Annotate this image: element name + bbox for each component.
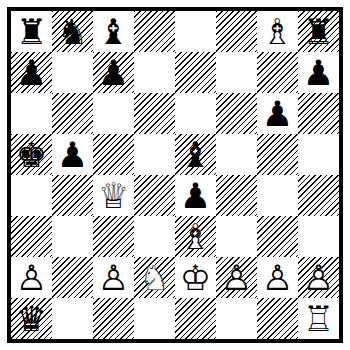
white-rook-icon: ♖: [298, 298, 339, 339]
square-e6[interactable]: [175, 93, 216, 134]
white-pawn-icon: ♙: [11, 257, 52, 298]
square-c4[interactable]: ♛♕: [93, 175, 134, 216]
square-c6[interactable]: [93, 93, 134, 134]
piece-white-pawn: ♟♙: [11, 257, 52, 298]
white-bishop-icon: ♗: [257, 11, 298, 52]
square-g4[interactable]: [257, 175, 298, 216]
piece-white-pawn: ♟♙: [216, 257, 257, 298]
chess-diagram-page: ♜♞♝♝♗♜♟♟♟♟♚♟♝♛♕♟♝♗♟♙♟♙♞♘♚♔♟♙♟♙♟♙♛♜♖: [0, 0, 350, 350]
piece-white-queen: ♛♕: [93, 175, 134, 216]
square-h7[interactable]: ♟: [298, 52, 339, 93]
square-d1[interactable]: [134, 298, 175, 339]
piece-black-bishop: ♝: [93, 11, 134, 52]
square-d7[interactable]: [134, 52, 175, 93]
square-g3[interactable]: [257, 216, 298, 257]
square-h6[interactable]: [298, 93, 339, 134]
piece-white-rook: ♜♖: [298, 298, 339, 339]
black-rook-icon: ♜: [298, 11, 339, 52]
square-a6[interactable]: [11, 93, 52, 134]
piece-white-king: ♚♔: [175, 257, 216, 298]
square-a3[interactable]: [11, 216, 52, 257]
square-h5[interactable]: [298, 134, 339, 175]
square-a7[interactable]: ♟: [11, 52, 52, 93]
square-b5[interactable]: ♟: [52, 134, 93, 175]
square-b8[interactable]: ♞: [52, 11, 93, 52]
piece-white-bishop: ♝♗: [175, 216, 216, 257]
square-b3[interactable]: [52, 216, 93, 257]
square-f5[interactable]: [216, 134, 257, 175]
white-pawn-icon: ♙: [257, 257, 298, 298]
square-b2[interactable]: [52, 257, 93, 298]
piece-black-pawn: ♟: [52, 134, 93, 175]
square-g2[interactable]: ♟♙: [257, 257, 298, 298]
square-f8[interactable]: [216, 11, 257, 52]
square-d3[interactable]: [134, 216, 175, 257]
square-d8[interactable]: [134, 11, 175, 52]
square-d2[interactable]: ♞♘: [134, 257, 175, 298]
square-h3[interactable]: [298, 216, 339, 257]
black-pawn-icon: ♟: [175, 175, 216, 216]
white-knight-icon: ♘: [134, 257, 175, 298]
square-c5[interactable]: [93, 134, 134, 175]
piece-black-queen: ♛: [11, 298, 52, 339]
piece-black-pawn: ♟: [11, 52, 52, 93]
piece-black-rook: ♜: [11, 11, 52, 52]
piece-black-rook: ♜: [298, 11, 339, 52]
piece-black-pawn: ♟: [257, 93, 298, 134]
square-f1[interactable]: [216, 298, 257, 339]
piece-black-knight: ♞: [52, 11, 93, 52]
square-g8[interactable]: ♝♗: [257, 11, 298, 52]
square-f7[interactable]: [216, 52, 257, 93]
square-b4[interactable]: [52, 175, 93, 216]
square-c3[interactable]: [93, 216, 134, 257]
square-a1[interactable]: ♛: [11, 298, 52, 339]
white-bishop-icon: ♗: [175, 216, 216, 257]
square-c8[interactable]: ♝: [93, 11, 134, 52]
black-bishop-icon: ♝: [93, 11, 134, 52]
piece-black-pawn: ♟: [93, 52, 134, 93]
square-f4[interactable]: [216, 175, 257, 216]
square-a4[interactable]: [11, 175, 52, 216]
piece-black-bishop: ♝: [175, 134, 216, 175]
square-c1[interactable]: [93, 298, 134, 339]
square-f3[interactable]: [216, 216, 257, 257]
white-pawn-icon: ♙: [298, 257, 339, 298]
piece-white-bishop: ♝♗: [257, 11, 298, 52]
black-pawn-icon: ♟: [298, 52, 339, 93]
white-pawn-icon: ♙: [216, 257, 257, 298]
square-f6[interactable]: [216, 93, 257, 134]
black-knight-icon: ♞: [52, 11, 93, 52]
white-king-icon: ♔: [175, 257, 216, 298]
square-h2[interactable]: ♟♙: [298, 257, 339, 298]
square-d4[interactable]: [134, 175, 175, 216]
black-bishop-icon: ♝: [175, 134, 216, 175]
black-king-icon: ♚: [11, 134, 52, 175]
square-c7[interactable]: ♟: [93, 52, 134, 93]
piece-black-pawn: ♟: [298, 52, 339, 93]
black-queen-icon: ♛: [11, 298, 52, 339]
square-e8[interactable]: [175, 11, 216, 52]
black-rook-icon: ♜: [11, 11, 52, 52]
square-h4[interactable]: [298, 175, 339, 216]
black-pawn-icon: ♟: [257, 93, 298, 134]
square-g6[interactable]: ♟: [257, 93, 298, 134]
square-c2[interactable]: ♟♙: [93, 257, 134, 298]
square-a2[interactable]: ♟♙: [11, 257, 52, 298]
piece-white-pawn: ♟♙: [93, 257, 134, 298]
piece-white-knight: ♞♘: [134, 257, 175, 298]
black-pawn-icon: ♟: [93, 52, 134, 93]
square-e4[interactable]: ♟: [175, 175, 216, 216]
square-e1[interactable]: [175, 298, 216, 339]
square-g5[interactable]: [257, 134, 298, 175]
square-d6[interactable]: [134, 93, 175, 134]
piece-black-pawn: ♟: [175, 175, 216, 216]
square-b6[interactable]: [52, 93, 93, 134]
square-d5[interactable]: [134, 134, 175, 175]
square-f2[interactable]: ♟♙: [216, 257, 257, 298]
square-g7[interactable]: [257, 52, 298, 93]
chess-board: ♜♞♝♝♗♜♟♟♟♟♚♟♝♛♕♟♝♗♟♙♟♙♞♘♚♔♟♙♟♙♟♙♛♜♖: [7, 7, 343, 343]
piece-white-pawn: ♟♙: [257, 257, 298, 298]
piece-white-pawn: ♟♙: [298, 257, 339, 298]
square-b7[interactable]: [52, 52, 93, 93]
square-h8[interactable]: ♜: [298, 11, 339, 52]
square-a5[interactable]: ♚: [11, 134, 52, 175]
square-a8[interactable]: ♜: [11, 11, 52, 52]
black-pawn-icon: ♟: [11, 52, 52, 93]
square-h1[interactable]: ♜♖: [298, 298, 339, 339]
piece-black-king: ♚: [11, 134, 52, 175]
square-e3[interactable]: ♝♗: [175, 216, 216, 257]
white-pawn-icon: ♙: [93, 257, 134, 298]
square-e2[interactable]: ♚♔: [175, 257, 216, 298]
square-g1[interactable]: [257, 298, 298, 339]
square-b1[interactable]: [52, 298, 93, 339]
white-queen-icon: ♕: [93, 175, 134, 216]
square-e5[interactable]: ♝: [175, 134, 216, 175]
square-e7[interactable]: [175, 52, 216, 93]
black-pawn-icon: ♟: [52, 134, 93, 175]
